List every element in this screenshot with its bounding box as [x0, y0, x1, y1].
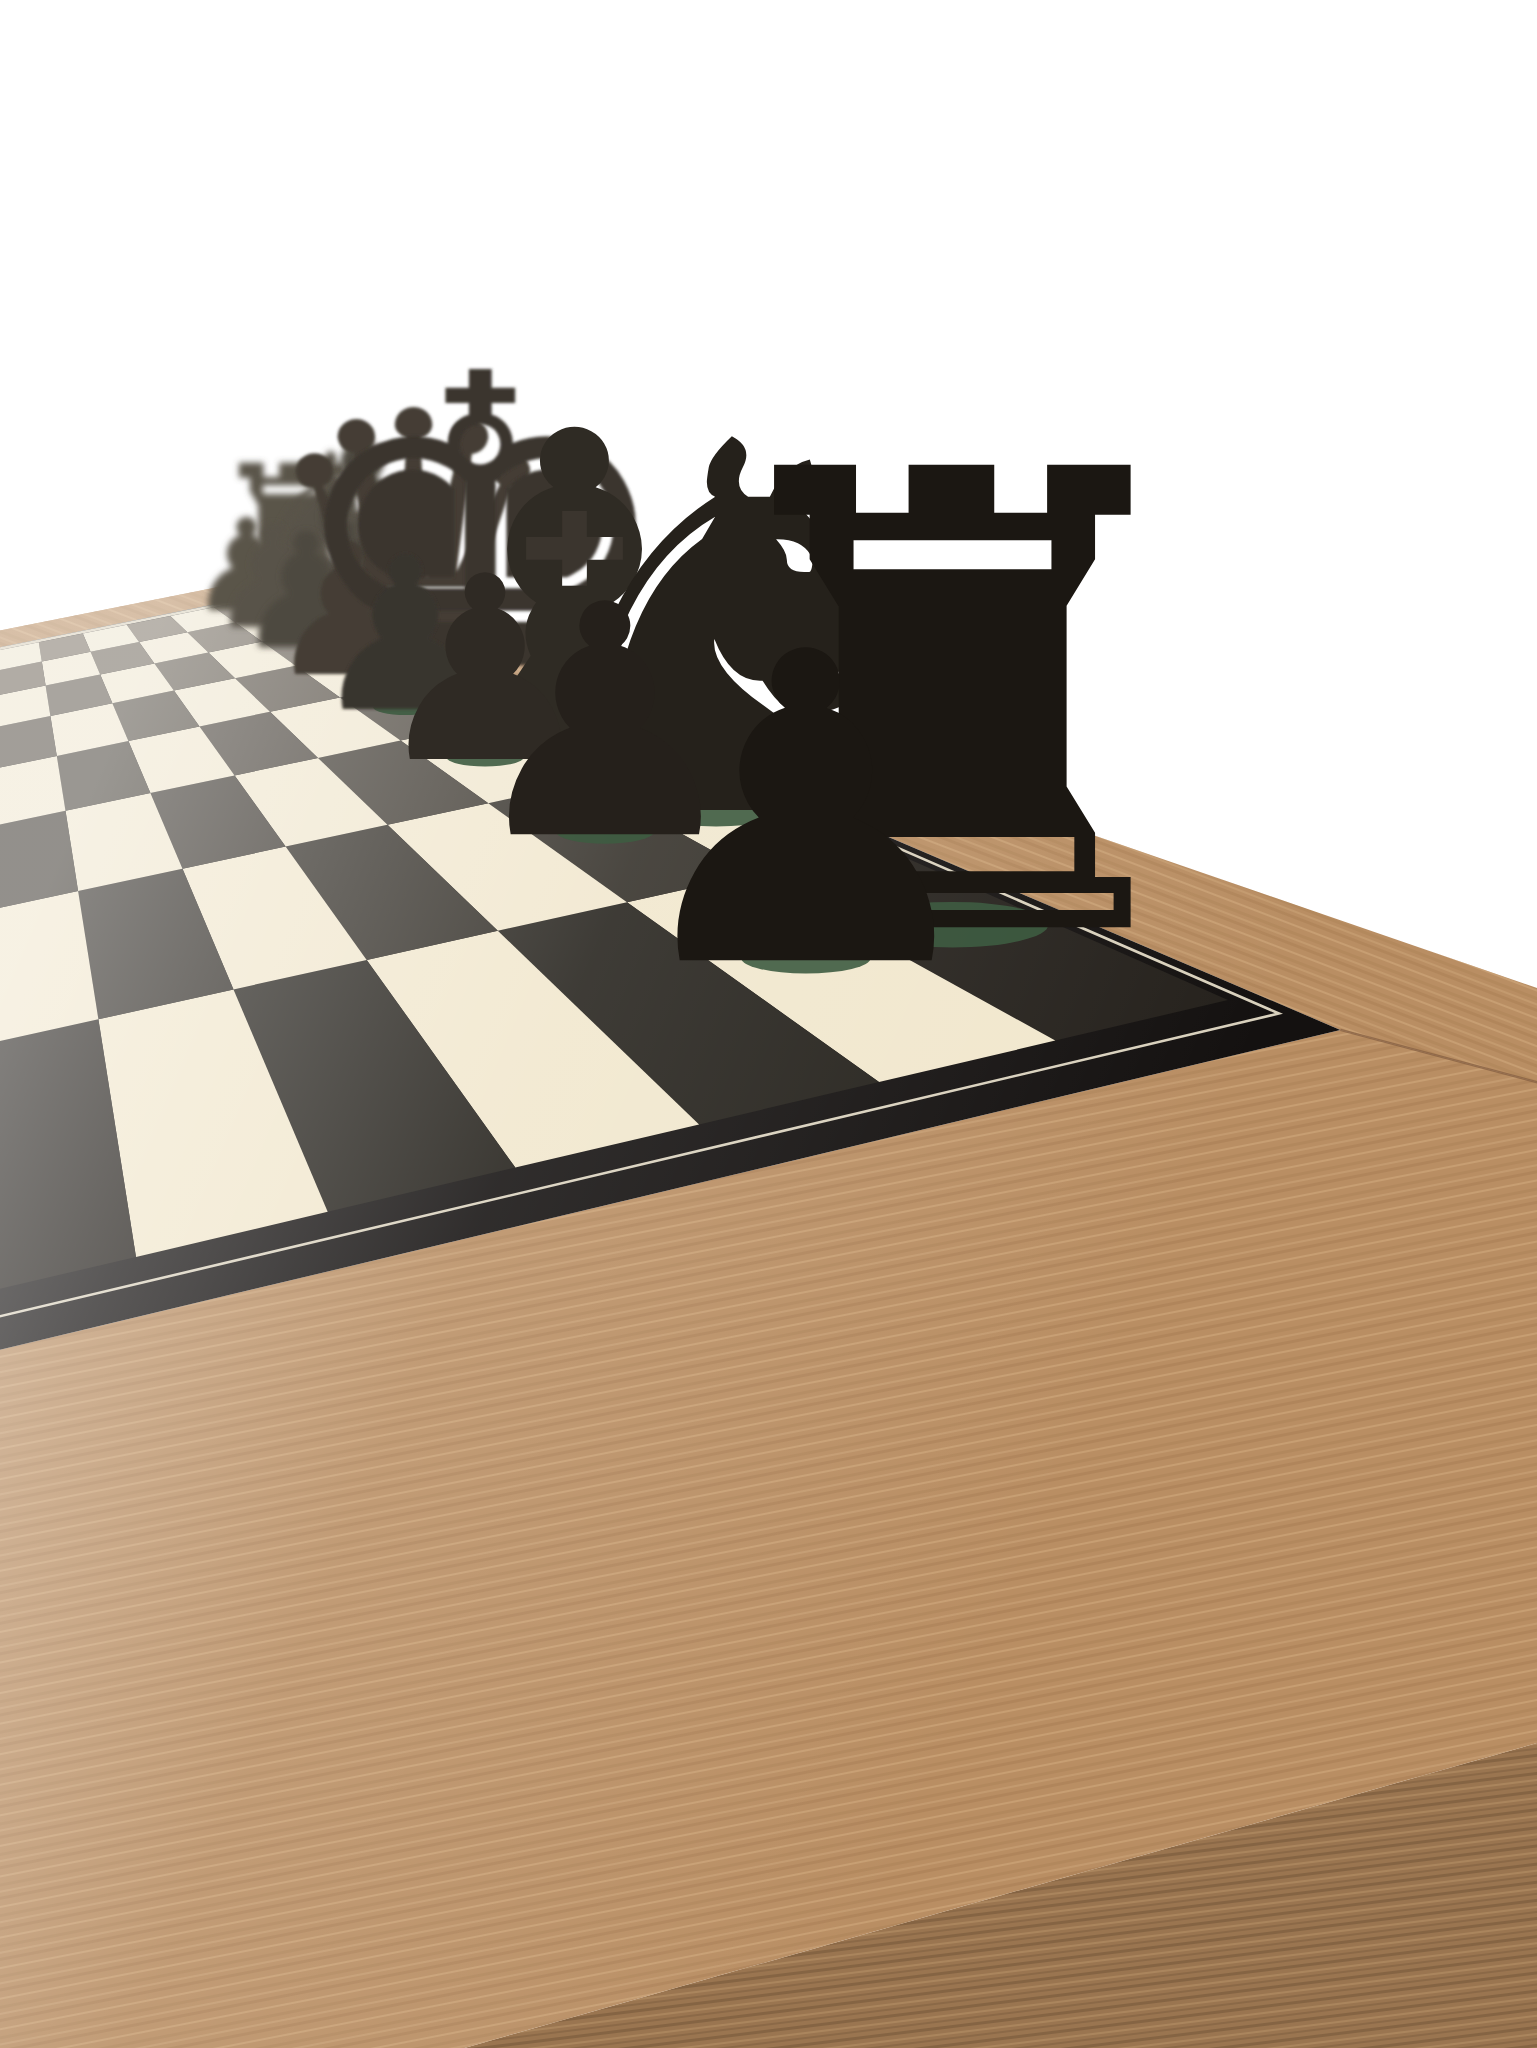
- piece-black-pawn-h7: ♟: [614, 562, 998, 1061]
- chess-board-scene: ♜♟♞♟♝♟♛♟♚♟♝♟♞♟♜♟: [0, 0, 1537, 2048]
- chessboard-photo: ♜♟♞♟♝♟♛♟♚♟♝♟♞♟♜♟: [0, 0, 1537, 2048]
